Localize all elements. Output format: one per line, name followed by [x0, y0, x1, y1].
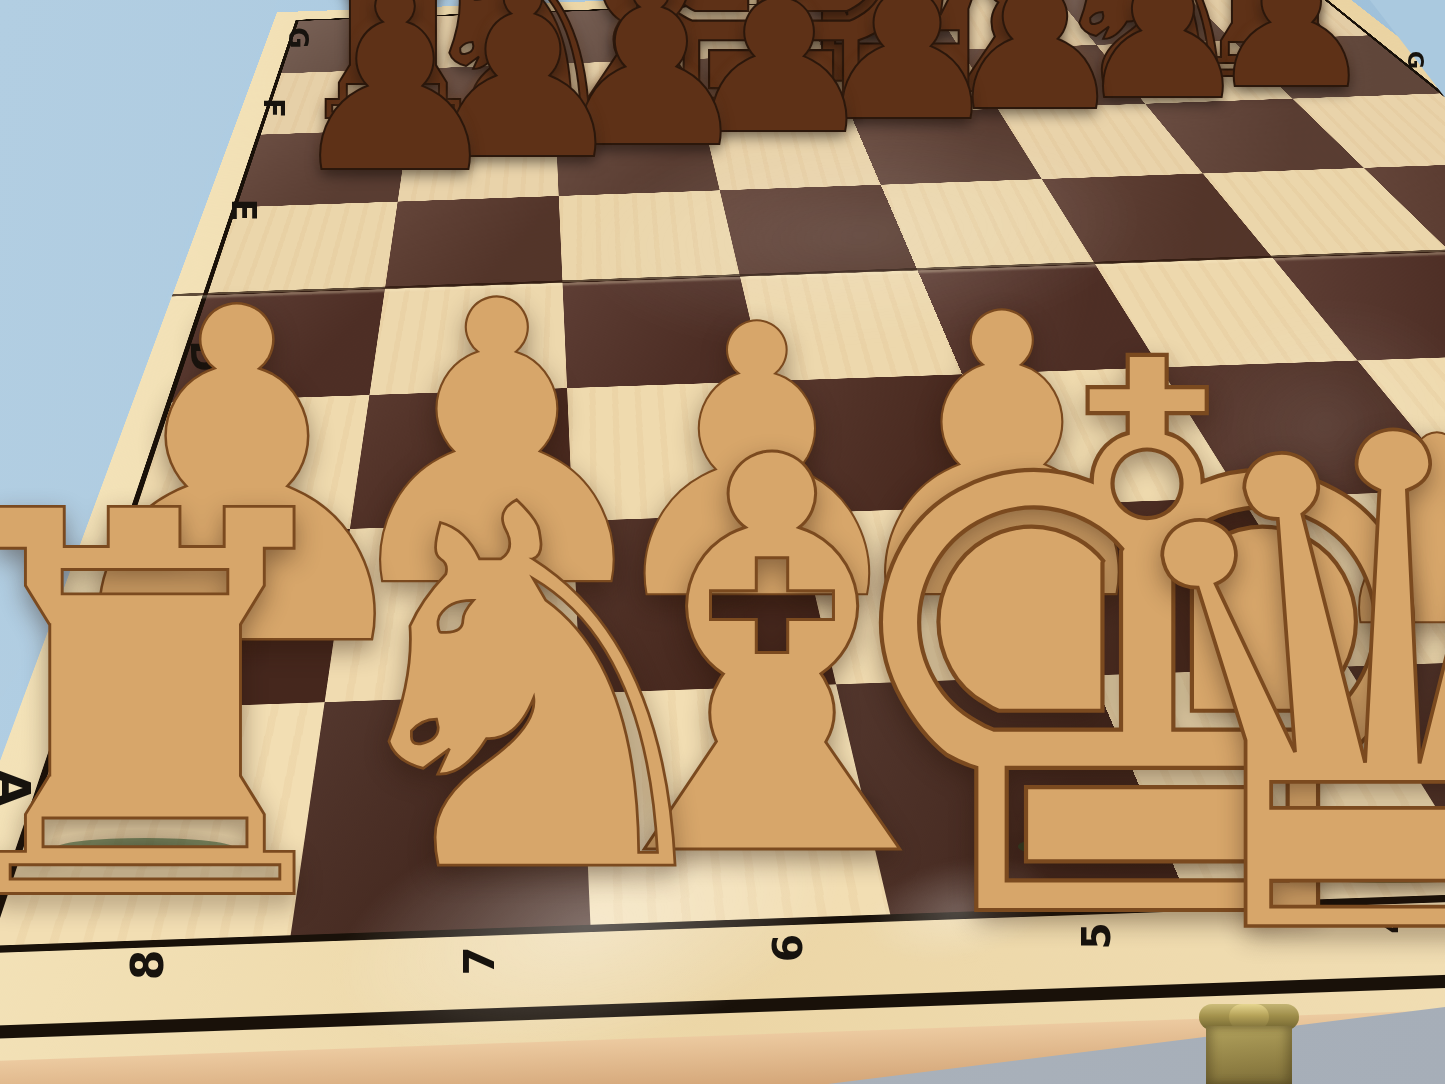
piece-black-pawn-h7[interactable]: ♟	[283, 0, 507, 208]
piece-white-rook-h1[interactable]: ♜	[0, 445, 383, 975]
chessboard-photo: GFEDCBAG87654 ♜♞♝♚♛♟♟♟♟♟♟♟♟♟♟♟♟♟♜♞♝♚♛♝♞♜	[0, 0, 1445, 1084]
file-label-G: G	[1404, 51, 1426, 69]
piece-white-queen-d1[interactable]: ♛	[1087, 351, 1445, 1031]
